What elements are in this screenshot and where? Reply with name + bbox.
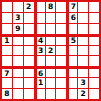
given-cell-r1c7: 7	[67, 2, 77, 12]
empty-cell-r9c7[interactable]	[67, 89, 77, 99]
empty-cell-r1c8[interactable]	[78, 2, 88, 12]
empty-cell-r9c6[interactable]	[56, 89, 66, 99]
empty-cell-r1c1[interactable]	[2, 2, 12, 12]
empty-cell-r4c5[interactable]	[46, 35, 56, 45]
given-cell-r2c2: 3	[13, 13, 23, 23]
empty-cell-r5c8[interactable]	[78, 46, 88, 56]
empty-cell-r5c2[interactable]	[13, 46, 23, 56]
given-cell-r3c2: 9	[13, 24, 23, 34]
sudoku-board: 28736914532761382	[0, 0, 101, 101]
empty-cell-r8c5[interactable]	[46, 78, 56, 88]
given-cell-r5c4: 3	[35, 46, 45, 56]
empty-cell-r3c6[interactable]	[56, 24, 66, 34]
given-cell-r1c5: 8	[46, 2, 56, 12]
empty-cell-r6c5[interactable]	[46, 56, 56, 66]
empty-cell-r8c9[interactable]	[89, 78, 99, 88]
empty-cell-r4c2[interactable]	[13, 35, 23, 45]
empty-cell-r8c1[interactable]	[2, 78, 12, 88]
empty-cell-r8c2[interactable]	[13, 78, 23, 88]
empty-cell-r5c9[interactable]	[89, 46, 99, 56]
empty-cell-r8c7[interactable]	[67, 78, 77, 88]
empty-cell-r2c8[interactable]	[78, 13, 88, 23]
given-cell-r8c4: 1	[35, 78, 45, 88]
empty-cell-r9c4[interactable]	[35, 89, 45, 99]
empty-cell-r3c3[interactable]	[24, 24, 34, 34]
empty-cell-r6c3[interactable]	[24, 56, 34, 66]
given-cell-r4c4: 4	[35, 35, 45, 45]
empty-cell-r2c3[interactable]	[24, 13, 34, 23]
empty-cell-r5c3[interactable]	[24, 46, 34, 56]
empty-cell-r5c7[interactable]	[67, 46, 77, 56]
empty-cell-r2c6[interactable]	[56, 13, 66, 23]
empty-cell-r7c5[interactable]	[46, 67, 56, 77]
empty-cell-r7c6[interactable]	[56, 67, 66, 77]
empty-cell-r7c9[interactable]	[89, 67, 99, 77]
empty-cell-r3c4[interactable]	[35, 24, 45, 34]
empty-cell-r1c6[interactable]	[56, 2, 66, 12]
empty-cell-r9c3[interactable]	[24, 89, 34, 99]
given-cell-r2c7: 6	[67, 13, 77, 23]
empty-cell-r4c8[interactable]	[78, 35, 88, 45]
empty-cell-r6c2[interactable]	[13, 56, 23, 66]
empty-cell-r3c7[interactable]	[67, 24, 77, 34]
given-cell-r8c8: 3	[78, 78, 88, 88]
empty-cell-r6c8[interactable]	[78, 56, 88, 66]
given-cell-r4c1: 1	[2, 35, 12, 45]
empty-cell-r9c9[interactable]	[89, 89, 99, 99]
given-cell-r5c5: 2	[46, 46, 56, 56]
empty-cell-r2c9[interactable]	[89, 13, 99, 23]
given-cell-r7c1: 7	[2, 67, 12, 77]
empty-cell-r6c7[interactable]	[67, 56, 77, 66]
given-cell-r1c3: 2	[24, 2, 34, 12]
given-cell-r4c7: 5	[67, 35, 77, 45]
empty-cell-r2c1[interactable]	[2, 13, 12, 23]
empty-cell-r4c9[interactable]	[89, 35, 99, 45]
empty-cell-r7c3[interactable]	[24, 67, 34, 77]
empty-cell-r6c6[interactable]	[56, 56, 66, 66]
empty-cell-r3c9[interactable]	[89, 24, 99, 34]
empty-cell-r7c2[interactable]	[13, 67, 23, 77]
empty-cell-r8c6[interactable]	[56, 78, 66, 88]
empty-cell-r2c4[interactable]	[35, 13, 45, 23]
empty-cell-r1c4[interactable]	[35, 2, 45, 12]
empty-cell-r3c8[interactable]	[78, 24, 88, 34]
empty-cell-r3c5[interactable]	[46, 24, 56, 34]
empty-cell-r2c5[interactable]	[46, 13, 56, 23]
empty-cell-r6c1[interactable]	[2, 56, 12, 66]
empty-cell-r4c6[interactable]	[56, 35, 66, 45]
empty-cell-r8c3[interactable]	[24, 78, 34, 88]
empty-cell-r4c3[interactable]	[24, 35, 34, 45]
empty-cell-r9c5[interactable]	[46, 89, 56, 99]
given-cell-r9c1: 8	[2, 89, 12, 99]
empty-cell-r7c7[interactable]	[67, 67, 77, 77]
given-cell-r7c4: 6	[35, 67, 45, 77]
empty-cell-r5c6[interactable]	[56, 46, 66, 56]
empty-cell-r6c9[interactable]	[89, 56, 99, 66]
empty-cell-r3c1[interactable]	[2, 24, 12, 34]
given-cell-r9c8: 2	[78, 89, 88, 99]
empty-cell-r9c2[interactable]	[13, 89, 23, 99]
empty-cell-r1c9[interactable]	[89, 2, 99, 12]
empty-cell-r1c2[interactable]	[13, 2, 23, 12]
empty-cell-r5c1[interactable]	[2, 46, 12, 56]
empty-cell-r7c8[interactable]	[78, 67, 88, 77]
empty-cell-r6c4[interactable]	[35, 56, 45, 66]
